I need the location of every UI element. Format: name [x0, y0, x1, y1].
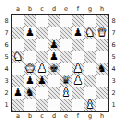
square-h1[interactable] [96, 99, 108, 111]
black-king-icon: ♚ [49, 63, 59, 75]
square-h2[interactable] [96, 87, 108, 99]
square-g2[interactable] [84, 87, 96, 99]
square-e4[interactable] [60, 63, 72, 75]
rank-label-1: 1 [2, 99, 11, 111]
file-label-h: h [96, 5, 108, 14]
white-bishop-icon: ♝ [61, 87, 71, 99]
square-e7[interactable] [60, 27, 72, 39]
rank-labels-left: 87654321 [2, 15, 11, 111]
square-c5[interactable] [36, 51, 48, 63]
square-b1[interactable] [24, 99, 36, 111]
file-label-b: b [24, 5, 36, 14]
file-label-c: c [36, 5, 48, 14]
square-d7[interactable] [48, 27, 60, 39]
square-b4[interactable]: ♚ [24, 63, 36, 75]
square-h7[interactable]: ♛ [96, 27, 108, 39]
rank-label-7: 7 [109, 27, 118, 39]
square-c4[interactable]: ♟ [36, 63, 48, 75]
rank-label-4: 4 [109, 63, 118, 75]
white-knight-icon: ♞ [85, 27, 95, 39]
rank-label-5: 5 [109, 51, 118, 63]
white-pawn-icon: ♟ [73, 63, 83, 75]
square-h4[interactable]: ♞ [96, 63, 108, 75]
square-g6[interactable] [84, 39, 96, 51]
square-d2[interactable] [48, 87, 60, 99]
file-label-g: g [84, 112, 96, 121]
square-f4[interactable]: ♟ [72, 63, 84, 75]
white-bishop-icon: ♝ [85, 99, 95, 111]
square-f1[interactable] [72, 99, 84, 111]
square-f5[interactable] [72, 51, 84, 63]
square-b5[interactable] [24, 51, 36, 63]
black-pawn-icon: ♟ [25, 75, 35, 87]
square-f6[interactable] [72, 39, 84, 51]
file-label-e: e [60, 112, 72, 121]
rank-labels-right: 87654321 [109, 15, 118, 111]
black-queen-icon: ♛ [61, 75, 71, 87]
rank-label-3: 3 [109, 75, 118, 87]
rank-label-6: 6 [2, 39, 11, 51]
rank-label-2: 2 [2, 87, 11, 99]
board: ♟♟♞♛♟♞♟♚♟♚♟♞♟♟♛♟♟♞♝♝ [11, 14, 109, 112]
rank-label-7: 7 [2, 27, 11, 39]
file-label-a: a [12, 5, 24, 14]
square-d4[interactable]: ♚ [48, 63, 60, 75]
square-f7[interactable]: ♟ [72, 27, 84, 39]
square-e5[interactable] [60, 51, 72, 63]
square-b3[interactable]: ♟ [24, 75, 36, 87]
black-pawn-icon: ♟ [49, 39, 59, 51]
square-c8[interactable] [36, 15, 48, 27]
square-d8[interactable] [48, 15, 60, 27]
square-c1[interactable] [36, 99, 48, 111]
file-label-g: g [84, 5, 96, 14]
rank-label-8: 8 [2, 15, 11, 27]
square-a7[interactable] [12, 27, 24, 39]
square-g8[interactable] [84, 15, 96, 27]
rank-label-3: 3 [2, 75, 11, 87]
white-king-icon: ♚ [25, 63, 35, 75]
file-label-a: a [12, 112, 24, 121]
file-labels-top: abcdefgh [12, 5, 108, 14]
square-a6[interactable] [12, 39, 24, 51]
square-a3[interactable] [12, 75, 24, 87]
rank-label-2: 2 [109, 87, 118, 99]
square-a1[interactable] [12, 99, 24, 111]
square-f3[interactable]: ♟ [72, 75, 84, 87]
rank-label-4: 4 [2, 63, 11, 75]
square-c7[interactable] [36, 27, 48, 39]
square-b2[interactable]: ♞ [24, 87, 36, 99]
square-h5[interactable] [96, 51, 108, 63]
file-label-d: d [48, 112, 60, 121]
square-d6[interactable]: ♟ [48, 39, 60, 51]
file-label-d: d [48, 5, 60, 14]
white-queen-icon: ♛ [97, 27, 107, 39]
black-pawn-icon: ♟ [49, 51, 59, 63]
file-label-h: h [96, 112, 108, 121]
square-h3[interactable] [96, 75, 108, 87]
white-knight-icon: ♞ [13, 51, 23, 63]
square-h8[interactable] [96, 15, 108, 27]
square-c3[interactable]: ♟ [36, 75, 48, 87]
rank-label-1: 1 [109, 99, 118, 111]
square-e6[interactable] [60, 39, 72, 51]
square-e2[interactable]: ♝ [60, 87, 72, 99]
square-a5[interactable]: ♞ [12, 51, 24, 63]
square-e3[interactable]: ♛ [60, 75, 72, 87]
square-b6[interactable] [24, 39, 36, 51]
square-d5[interactable]: ♟ [48, 51, 60, 63]
square-a4[interactable] [12, 63, 24, 75]
black-pawn-icon: ♟ [37, 75, 47, 87]
square-g3[interactable] [84, 75, 96, 87]
square-a8[interactable] [12, 15, 24, 27]
square-e8[interactable] [60, 15, 72, 27]
white-pawn-icon: ♟ [73, 75, 83, 87]
white-pawn-icon: ♟ [37, 63, 47, 75]
black-pawn-icon: ♟ [13, 87, 23, 99]
square-c6[interactable] [36, 39, 48, 51]
square-a2[interactable]: ♟ [12, 87, 24, 99]
square-e1[interactable] [60, 99, 72, 111]
square-f8[interactable] [72, 15, 84, 27]
rank-label-5: 5 [2, 51, 11, 63]
file-label-c: c [36, 112, 48, 121]
file-label-e: e [60, 5, 72, 14]
square-g4[interactable] [84, 63, 96, 75]
square-d1[interactable] [48, 99, 60, 111]
black-knight-icon: ♞ [25, 87, 35, 99]
black-knight-icon: ♞ [97, 63, 107, 75]
black-pawn-icon: ♟ [73, 27, 83, 39]
square-g1[interactable]: ♝ [84, 99, 96, 111]
square-c2[interactable] [36, 87, 48, 99]
chess-diagram: abcdefgh 87654321 ♟♟♞♛♟♞♟♚♟♚♟♞♟♟♛♟♟♞♝♝ 8… [2, 5, 118, 121]
square-d3[interactable] [48, 75, 60, 87]
rank-label-8: 8 [109, 15, 118, 27]
square-g7[interactable]: ♞ [84, 27, 96, 39]
square-h6[interactable] [96, 39, 108, 51]
file-label-b: b [24, 112, 36, 121]
square-f2[interactable] [72, 87, 84, 99]
rank-label-6: 6 [109, 39, 118, 51]
square-g5[interactable] [84, 51, 96, 63]
square-b8[interactable] [24, 15, 36, 27]
file-label-f: f [72, 112, 84, 121]
file-labels-bottom: abcdefgh [12, 112, 108, 121]
black-pawn-icon: ♟ [25, 27, 35, 39]
square-b7[interactable]: ♟ [24, 27, 36, 39]
file-label-f: f [72, 5, 84, 14]
